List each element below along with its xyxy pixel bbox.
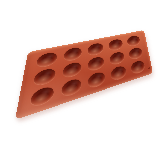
mold-cavity xyxy=(36,51,58,68)
mold-cavity xyxy=(108,38,123,51)
mold-shadow-wrap xyxy=(0,0,160,160)
mold-cavity xyxy=(63,46,81,62)
mold-cavity xyxy=(30,85,55,108)
mold-cavity xyxy=(127,35,141,47)
mold-cavity xyxy=(62,61,81,79)
mold-cavity xyxy=(61,77,81,98)
mold-cavity xyxy=(88,56,105,72)
silicone-mold xyxy=(15,30,153,120)
mold-cavity xyxy=(109,51,125,66)
mold-cavity xyxy=(128,47,143,61)
photo-background xyxy=(0,0,160,160)
mold-cavity xyxy=(130,59,145,74)
mold-cavity xyxy=(110,65,126,82)
mold-cavity xyxy=(88,42,104,56)
mold-cavity xyxy=(33,67,56,87)
mold-cavity xyxy=(88,71,106,89)
mold-corner-hole-icon xyxy=(148,67,150,69)
